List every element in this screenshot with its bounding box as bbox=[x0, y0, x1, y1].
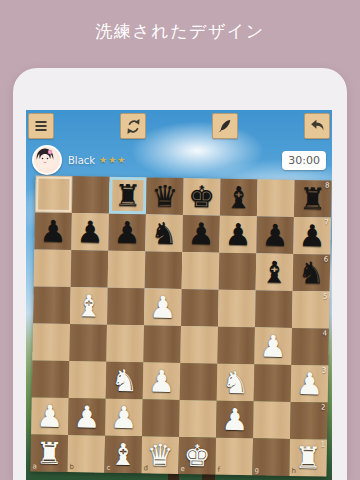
square-c1[interactable]: ♝c bbox=[104, 436, 142, 474]
black-king: ♚ bbox=[183, 178, 221, 216]
feather-icon bbox=[217, 118, 233, 134]
square-e7[interactable]: ♟ bbox=[182, 215, 220, 253]
white-pawn: ♟ bbox=[254, 327, 292, 365]
square-f7[interactable]: ♟ bbox=[219, 216, 257, 254]
white-pawn: ♟ bbox=[105, 399, 143, 437]
black-pawn: ♟ bbox=[71, 213, 109, 251]
square-h6[interactable]: ♞6 bbox=[293, 254, 331, 292]
square-d8[interactable]: ♛ bbox=[146, 177, 184, 215]
square-g6[interactable]: ♝ bbox=[256, 253, 294, 291]
square-h3[interactable]: ♟3 bbox=[291, 365, 329, 403]
square-g4[interactable]: ♟ bbox=[254, 327, 292, 365]
page-title: 洗練されたデザイン bbox=[0, 20, 360, 43]
player-avatar bbox=[32, 145, 62, 175]
rank-label-2: 2 bbox=[321, 403, 326, 411]
file-label-b: b bbox=[69, 463, 74, 471]
white-bishop: ♝ bbox=[70, 287, 108, 325]
white-pawn: ♟ bbox=[216, 401, 254, 439]
square-f2[interactable]: ♟ bbox=[216, 401, 254, 439]
square-e4[interactable] bbox=[180, 326, 218, 364]
square-d7[interactable]: ♞ bbox=[145, 214, 183, 252]
square-d5[interactable]: ♟ bbox=[144, 288, 182, 326]
black-pawn: ♟ bbox=[108, 214, 146, 252]
feather-button[interactable] bbox=[212, 113, 238, 139]
square-b4[interactable] bbox=[69, 324, 107, 362]
white-pawn: ♟ bbox=[144, 288, 182, 326]
square-f4[interactable] bbox=[217, 327, 255, 365]
square-c8[interactable]: ♜ bbox=[109, 177, 147, 215]
square-h5[interactable]: 5 bbox=[292, 291, 330, 329]
square-c3[interactable]: ♞ bbox=[106, 362, 144, 400]
refresh-button[interactable] bbox=[120, 113, 146, 139]
square-g2[interactable] bbox=[253, 401, 291, 439]
square-e5[interactable] bbox=[181, 289, 219, 327]
square-f5[interactable] bbox=[218, 290, 256, 328]
rank-label-4: 4 bbox=[322, 329, 327, 337]
file-label-g: g bbox=[254, 466, 259, 474]
square-d2[interactable] bbox=[142, 399, 180, 437]
square-b8[interactable] bbox=[72, 176, 110, 214]
square-a4[interactable] bbox=[32, 323, 70, 361]
square-f3[interactable]: ♞ bbox=[217, 364, 255, 402]
black-pawn: ♟ bbox=[256, 216, 294, 254]
square-d6[interactable] bbox=[145, 251, 183, 289]
square-c7[interactable]: ♟ bbox=[108, 214, 146, 252]
square-g7[interactable]: ♟ bbox=[256, 216, 294, 254]
square-g5[interactable] bbox=[255, 290, 293, 328]
file-label-e: e bbox=[180, 465, 184, 473]
black-bishop: ♝ bbox=[220, 179, 258, 217]
square-c4[interactable] bbox=[106, 325, 144, 363]
black-pawn: ♟ bbox=[219, 216, 257, 254]
square-a3[interactable] bbox=[32, 360, 70, 398]
square-b6[interactable] bbox=[71, 250, 109, 288]
square-a8[interactable] bbox=[35, 175, 73, 213]
file-label-a: a bbox=[32, 462, 36, 470]
player-name: Black bbox=[68, 155, 95, 166]
square-e8[interactable]: ♚ bbox=[183, 178, 221, 216]
menu-button[interactable] bbox=[28, 113, 54, 139]
square-h7[interactable]: ♟7 bbox=[293, 217, 331, 255]
chess-board: ♜♛♚♝♜8♟♟♟♞♟♟♟♟7♝♞6♝♟5♟4♞♟♞♟3♟♟♟♟2♜ab♝c♛d… bbox=[30, 175, 331, 476]
square-h8[interactable]: ♜8 bbox=[294, 180, 332, 218]
square-h4[interactable]: 4 bbox=[291, 328, 329, 366]
app-screenshot: Black ★★★ 30:00 ♜♛♚♝♜8♟♟♟♞♟♟♟♟7♝♞6♝♟5♟4♞… bbox=[26, 110, 332, 480]
square-a2[interactable]: ♟ bbox=[31, 397, 69, 435]
file-label-h: h bbox=[291, 467, 296, 475]
square-e3[interactable] bbox=[180, 363, 218, 401]
white-pawn: ♟ bbox=[68, 398, 106, 436]
menu-icon bbox=[33, 118, 49, 134]
black-bishop: ♝ bbox=[256, 253, 294, 291]
white-pawn: ♟ bbox=[143, 362, 181, 400]
square-d1[interactable]: ♛d bbox=[141, 436, 179, 474]
player-rating-stars: ★★★ bbox=[99, 155, 126, 165]
rank-label-7: 7 bbox=[324, 218, 329, 226]
square-g8[interactable] bbox=[257, 179, 295, 217]
square-b7[interactable]: ♟ bbox=[71, 213, 109, 251]
square-h1[interactable]: ♜1h bbox=[289, 439, 327, 477]
square-c6[interactable] bbox=[108, 251, 146, 289]
file-label-c: c bbox=[106, 464, 110, 472]
rank-label-5: 5 bbox=[323, 292, 328, 300]
square-a5[interactable] bbox=[33, 286, 71, 324]
player-bar: Black ★★★ 30:00 bbox=[32, 146, 326, 174]
black-queen: ♛ bbox=[146, 177, 184, 215]
white-pawn: ♟ bbox=[31, 397, 69, 435]
undo-button[interactable] bbox=[304, 113, 330, 139]
rank-label-3: 3 bbox=[322, 366, 327, 374]
square-g3[interactable] bbox=[254, 364, 292, 402]
square-f6[interactable] bbox=[219, 253, 257, 291]
toolbar bbox=[28, 113, 330, 139]
square-f1[interactable]: f bbox=[215, 438, 253, 476]
black-rook: ♜ bbox=[109, 177, 147, 215]
square-c2[interactable]: ♟ bbox=[105, 399, 143, 437]
square-d4[interactable] bbox=[143, 325, 181, 363]
refresh-icon bbox=[125, 118, 142, 135]
black-knight: ♞ bbox=[145, 214, 183, 252]
square-b1[interactable]: b bbox=[67, 435, 105, 473]
black-pawn: ♟ bbox=[182, 215, 220, 253]
rank-label-6: 6 bbox=[324, 255, 329, 263]
square-c5[interactable] bbox=[107, 288, 145, 326]
device-card: Black ★★★ 30:00 ♜♛♚♝♜8♟♟♟♞♟♟♟♟7♝♞6♝♟5♟4♞… bbox=[13, 68, 347, 480]
square-b2[interactable]: ♟ bbox=[68, 398, 106, 436]
square-e1[interactable]: ♚e bbox=[178, 437, 216, 475]
rank-label-8: 8 bbox=[325, 181, 330, 189]
black-pawn: ♟ bbox=[34, 212, 72, 250]
white-knight: ♞ bbox=[217, 364, 255, 402]
square-e6[interactable] bbox=[182, 252, 220, 290]
square-b5[interactable]: ♝ bbox=[70, 287, 108, 325]
square-f8[interactable]: ♝ bbox=[220, 179, 258, 217]
square-g1[interactable]: g bbox=[252, 438, 290, 476]
square-d3[interactable]: ♟ bbox=[143, 362, 181, 400]
file-label-f: f bbox=[217, 466, 220, 474]
square-b3[interactable] bbox=[69, 361, 107, 399]
game-clock: 30:00 bbox=[282, 151, 326, 170]
file-label-d: d bbox=[143, 464, 148, 472]
square-e2[interactable] bbox=[179, 400, 217, 438]
square-h2[interactable]: 2 bbox=[290, 402, 328, 440]
white-knight: ♞ bbox=[106, 362, 144, 400]
square-a7[interactable]: ♟ bbox=[34, 212, 72, 250]
undo-arrow-icon bbox=[309, 118, 326, 135]
rank-label-1: 1 bbox=[320, 440, 325, 448]
square-a6[interactable] bbox=[34, 249, 72, 287]
square-a1[interactable]: ♜a bbox=[30, 434, 68, 472]
